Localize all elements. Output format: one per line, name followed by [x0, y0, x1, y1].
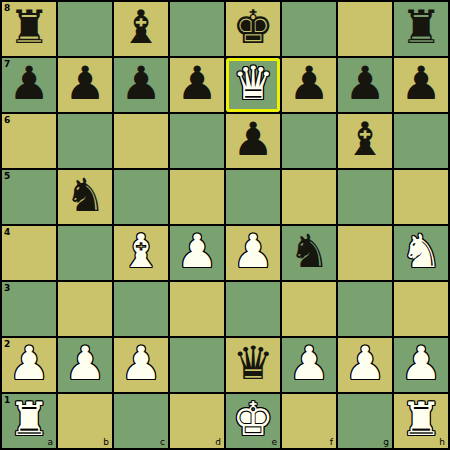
- square-f6[interactable]: [282, 114, 336, 168]
- square-h2[interactable]: ♟: [394, 338, 448, 392]
- black-rook[interactable]: ♜: [8, 4, 49, 50]
- square-g1[interactable]: g: [338, 394, 392, 448]
- square-a7[interactable]: ♟7: [2, 58, 56, 112]
- square-g5[interactable]: [338, 170, 392, 224]
- square-f8[interactable]: [282, 2, 336, 56]
- square-c6[interactable]: [114, 114, 168, 168]
- square-g7[interactable]: ♟: [338, 58, 392, 112]
- black-bishop[interactable]: ♝: [344, 116, 385, 162]
- black-pawn[interactable]: ♟: [232, 116, 273, 162]
- white-pawn[interactable]: ♟: [232, 228, 273, 274]
- rank-label-6: 6: [4, 116, 10, 125]
- square-a8[interactable]: ♜8: [2, 2, 56, 56]
- chess-board: ♜8♝♚♜♟7♟♟♟♛♟♟♟6♟♝5♞4♝♟♟♞♞3♟2♟♟♛♟♟♟♜1abcd…: [0, 0, 450, 450]
- square-a5[interactable]: 5: [2, 170, 56, 224]
- black-pawn[interactable]: ♟: [400, 60, 441, 106]
- square-c8[interactable]: ♝: [114, 2, 168, 56]
- square-e2[interactable]: ♛: [226, 338, 280, 392]
- square-d2[interactable]: [170, 338, 224, 392]
- square-e6[interactable]: ♟: [226, 114, 280, 168]
- square-c5[interactable]: [114, 170, 168, 224]
- square-d7[interactable]: ♟: [170, 58, 224, 112]
- black-king[interactable]: ♚: [232, 4, 273, 50]
- square-b5[interactable]: ♞: [58, 170, 112, 224]
- white-bishop[interactable]: ♝: [120, 228, 161, 274]
- square-h7[interactable]: ♟: [394, 58, 448, 112]
- square-e1[interactable]: ♚e: [226, 394, 280, 448]
- black-knight[interactable]: ♞: [64, 172, 105, 218]
- square-d8[interactable]: [170, 2, 224, 56]
- square-c2[interactable]: ♟: [114, 338, 168, 392]
- square-h5[interactable]: [394, 170, 448, 224]
- square-a2[interactable]: ♟2: [2, 338, 56, 392]
- square-b2[interactable]: ♟: [58, 338, 112, 392]
- white-rook[interactable]: ♜: [8, 396, 49, 442]
- square-d4[interactable]: ♟: [170, 226, 224, 280]
- square-a3[interactable]: 3: [2, 282, 56, 336]
- black-pawn[interactable]: ♟: [176, 60, 217, 106]
- square-g4[interactable]: [338, 226, 392, 280]
- white-pawn[interactable]: ♟: [344, 340, 385, 386]
- square-e3[interactable]: [226, 282, 280, 336]
- square-h8[interactable]: ♜: [394, 2, 448, 56]
- file-label-g: g: [383, 438, 389, 447]
- white-pawn[interactable]: ♟: [288, 340, 329, 386]
- rank-label-4: 4: [4, 228, 10, 237]
- file-label-c: c: [160, 438, 165, 447]
- square-b4[interactable]: [58, 226, 112, 280]
- file-label-f: f: [330, 438, 333, 447]
- square-f2[interactable]: ♟: [282, 338, 336, 392]
- square-b1[interactable]: b: [58, 394, 112, 448]
- square-d6[interactable]: [170, 114, 224, 168]
- black-knight[interactable]: ♞: [288, 228, 329, 274]
- black-pawn[interactable]: ♟: [344, 60, 385, 106]
- square-f5[interactable]: [282, 170, 336, 224]
- black-pawn[interactable]: ♟: [64, 60, 105, 106]
- square-e8[interactable]: ♚: [226, 2, 280, 56]
- square-g6[interactable]: ♝: [338, 114, 392, 168]
- square-e7[interactable]: ♛: [226, 58, 280, 112]
- square-b6[interactable]: [58, 114, 112, 168]
- square-a1[interactable]: ♜1a: [2, 394, 56, 448]
- black-pawn[interactable]: ♟: [8, 60, 49, 106]
- white-queen[interactable]: ♛: [232, 60, 273, 106]
- square-h3[interactable]: [394, 282, 448, 336]
- square-d5[interactable]: [170, 170, 224, 224]
- square-d3[interactable]: [170, 282, 224, 336]
- square-b7[interactable]: ♟: [58, 58, 112, 112]
- square-b3[interactable]: [58, 282, 112, 336]
- square-e5[interactable]: [226, 170, 280, 224]
- black-pawn[interactable]: ♟: [120, 60, 161, 106]
- square-h4[interactable]: ♞: [394, 226, 448, 280]
- square-f7[interactable]: ♟: [282, 58, 336, 112]
- square-a6[interactable]: 6: [2, 114, 56, 168]
- black-bishop[interactable]: ♝: [120, 4, 161, 50]
- file-label-d: d: [215, 438, 221, 447]
- black-queen[interactable]: ♛: [232, 340, 273, 386]
- white-pawn[interactable]: ♟: [120, 340, 161, 386]
- square-c1[interactable]: c: [114, 394, 168, 448]
- square-f3[interactable]: [282, 282, 336, 336]
- square-g8[interactable]: [338, 2, 392, 56]
- white-rook[interactable]: ♜: [400, 396, 441, 442]
- square-h1[interactable]: ♜h: [394, 394, 448, 448]
- square-a4[interactable]: 4: [2, 226, 56, 280]
- square-f4[interactable]: ♞: [282, 226, 336, 280]
- square-c3[interactable]: [114, 282, 168, 336]
- rank-label-3: 3: [4, 284, 10, 293]
- square-e4[interactable]: ♟: [226, 226, 280, 280]
- square-c7[interactable]: ♟: [114, 58, 168, 112]
- rank-label-5: 5: [4, 172, 10, 181]
- white-king[interactable]: ♚: [232, 396, 273, 442]
- white-pawn[interactable]: ♟: [8, 340, 49, 386]
- square-h6[interactable]: [394, 114, 448, 168]
- square-d1[interactable]: d: [170, 394, 224, 448]
- square-g3[interactable]: [338, 282, 392, 336]
- black-pawn[interactable]: ♟: [288, 60, 329, 106]
- white-pawn[interactable]: ♟: [64, 340, 105, 386]
- square-c4[interactable]: ♝: [114, 226, 168, 280]
- white-pawn[interactable]: ♟: [176, 228, 217, 274]
- black-rook[interactable]: ♜: [400, 4, 441, 50]
- white-pawn[interactable]: ♟: [400, 340, 441, 386]
- square-f1[interactable]: f: [282, 394, 336, 448]
- square-g2[interactable]: ♟: [338, 338, 392, 392]
- square-b8[interactable]: [58, 2, 112, 56]
- file-label-b: b: [103, 438, 109, 447]
- white-knight[interactable]: ♞: [400, 228, 441, 274]
